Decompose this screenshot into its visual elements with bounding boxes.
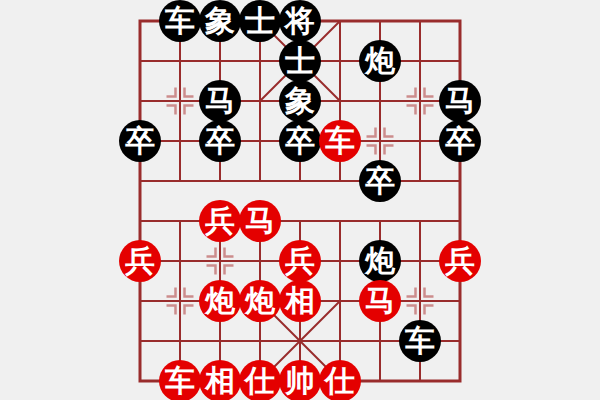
piece-red-soldier[interactable]: 兵 <box>439 240 481 282</box>
piece-red-cannon[interactable]: 炮 <box>239 280 281 322</box>
piece-black-elephant[interactable]: 象 <box>199 0 241 42</box>
piece-black-advisor[interactable]: 士 <box>239 0 281 42</box>
piece-black-soldier[interactable]: 卒 <box>119 120 161 162</box>
piece-black-chariot[interactable]: 车 <box>159 0 201 42</box>
piece-black-advisor[interactable]: 士 <box>279 40 321 82</box>
piece-black-soldier[interactable]: 卒 <box>279 120 321 162</box>
piece-black-soldier[interactable]: 卒 <box>199 120 241 162</box>
piece-red-soldier[interactable]: 兵 <box>199 200 241 242</box>
piece-black-horse[interactable]: 马 <box>439 80 481 122</box>
piece-red-chariot[interactable]: 车 <box>159 360 201 400</box>
piece-red-soldier[interactable]: 兵 <box>119 240 161 282</box>
piece-red-advisor[interactable]: 仕 <box>319 360 361 400</box>
piece-black-elephant[interactable]: 象 <box>279 80 321 122</box>
piece-red-general[interactable]: 帅 <box>279 360 321 400</box>
piece-red-elephant[interactable]: 相 <box>199 360 241 400</box>
piece-black-soldier[interactable]: 卒 <box>359 160 401 202</box>
piece-black-cannon[interactable]: 炮 <box>359 40 401 82</box>
piece-red-horse[interactable]: 马 <box>239 200 281 242</box>
xiangqi-board[interactable]: 车象士将士炮马象马卒卒卒卒卒炮车车兵马兵兵兵炮炮相马车相仕帅仕 <box>0 0 600 400</box>
piece-black-horse[interactable]: 马 <box>199 80 241 122</box>
piece-red-horse[interactable]: 马 <box>359 280 401 322</box>
piece-red-soldier[interactable]: 兵 <box>279 240 321 282</box>
piece-red-elephant[interactable]: 相 <box>279 280 321 322</box>
piece-black-general[interactable]: 将 <box>279 0 321 42</box>
piece-red-advisor[interactable]: 仕 <box>239 360 281 400</box>
piece-black-chariot[interactable]: 车 <box>399 320 441 362</box>
piece-black-cannon[interactable]: 炮 <box>359 240 401 282</box>
piece-black-soldier[interactable]: 卒 <box>439 120 481 162</box>
piece-red-cannon[interactable]: 炮 <box>199 280 241 322</box>
piece-red-chariot[interactable]: 车 <box>319 120 361 162</box>
